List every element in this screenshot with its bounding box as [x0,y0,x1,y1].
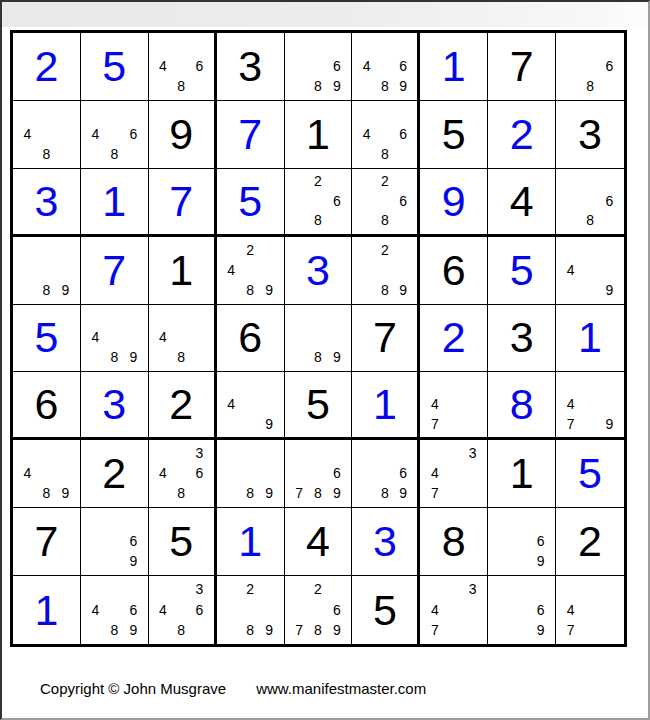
candidate-empty-slot [105,579,124,599]
candidate-empty-slot [86,531,105,551]
candidate-empty-slot [600,620,619,640]
cell-r7c4: 89 [217,440,285,508]
header-band [2,2,648,27]
candidate-empty-slot [18,280,37,300]
cell-r4c1: 89 [13,237,81,305]
candidate-empty-slot [376,191,394,210]
cell-r4c2: 7 [81,237,149,305]
candidate-empty-slot [190,347,208,367]
candidate-empty-slot [600,599,619,619]
candidate-empty-slot [18,240,37,260]
candidate-empty-slot [56,463,75,483]
cell-r3c1: 3 [13,169,81,237]
candidate-empty-slot [444,443,463,463]
cell-r7c7: 347 [420,440,488,508]
candidate-empty-slot [37,240,56,260]
candidate-digit: 8 [241,483,260,503]
candidate-empty-slot [463,620,482,640]
cell-r8c7: 8 [420,508,488,576]
solved-digit: 3 [373,520,397,563]
candidate-empty-slot [190,308,208,328]
solved-digit: 9 [442,180,466,223]
candidate-empty-slot [512,579,531,599]
candidate-empty-slot [290,191,309,210]
cell-r1c5: 689 [285,33,353,101]
candidate-empty-slot [600,36,619,56]
pencil-marks: 3468 [154,443,209,503]
candidate-empty-slot [124,104,143,124]
candidate-empty-slot [463,463,482,483]
candidate-empty-slot [124,579,143,599]
candidate-digit: 2 [376,240,394,260]
sudoku-grid: 2546836894689176848468971468523317526826… [10,30,627,647]
cell-r3c2: 1 [81,169,149,237]
candidate-digit: 9 [56,483,75,503]
solved-digit: 1 [238,520,262,563]
candidate-digit: 9 [600,280,619,300]
candidate-empty-slot [37,260,56,280]
candidate-empty-slot [86,308,105,328]
candidate-digit: 4 [357,56,375,76]
candidate-empty-slot [561,76,580,96]
cell-r2c5: 1 [285,101,353,169]
candidate-digit: 4 [561,395,580,414]
candidate-empty-slot [512,620,531,640]
cell-r7c5: 6789 [285,440,353,508]
candidate-empty-slot [600,579,619,599]
pencil-marks: 89 [222,443,279,503]
candidate-digit: 7 [561,414,580,433]
candidate-empty-slot [124,144,143,164]
pencil-marks: 69 [493,579,550,640]
cell-r8c2: 69 [81,508,149,576]
candidate-empty-slot [290,56,309,76]
candidate-empty-slot [290,76,309,96]
cell-r5c3: 48 [149,305,217,373]
solved-digit: 5 [510,249,534,292]
candidate-empty-slot [290,210,309,229]
candidate-empty-slot [512,599,531,619]
candidate-empty-slot [327,579,346,599]
candidate-digit: 9 [531,551,550,571]
candidate-empty-slot [154,620,172,640]
candidate-empty-slot [600,76,619,96]
cell-r9c3: 3468 [149,576,217,644]
candidate-empty-slot [561,375,580,394]
given-digit: 9 [169,113,193,156]
cell-r6c6: 1 [352,372,420,440]
cell-r5c6: 7 [352,305,420,373]
cell-r9c6: 5 [352,576,420,644]
candidate-empty-slot [600,260,619,280]
candidate-empty-slot [37,463,56,483]
candidate-empty-slot [376,104,394,124]
candidate-empty-slot [580,599,599,619]
candidate-digit: 4 [561,260,580,280]
candidate-empty-slot [531,579,550,599]
pencil-marks: 289 [222,579,279,640]
cell-r3c7: 9 [420,169,488,237]
cell-r1c9: 68 [556,33,624,101]
candidate-empty-slot [357,191,375,210]
cell-r2c7: 5 [420,101,488,169]
pencil-marks: 468 [154,36,209,96]
candidate-empty-slot [241,375,260,394]
candidate-digit: 6 [394,124,412,144]
candidate-digit: 9 [327,347,346,367]
candidate-empty-slot [376,124,394,144]
given-digit: 7 [510,45,534,88]
candidate-digit: 3 [463,579,482,599]
pencil-marks: 89 [290,308,347,368]
candidate-digit: 9 [394,76,412,96]
candidate-empty-slot [512,511,531,531]
pencil-marks: 347 [425,443,482,503]
cell-r9c9: 47 [556,576,624,644]
candidate-digit: 8 [309,76,328,96]
copyright-text: Copyright © John Musgrave [40,680,226,697]
candidate-empty-slot [394,104,412,124]
candidate-empty-slot [561,172,580,191]
candidate-empty-slot [327,443,346,463]
candidate-empty-slot [561,210,580,229]
candidate-digit: 7 [425,620,444,640]
solved-digit: 1 [102,180,126,223]
solved-digit: 1 [373,383,397,426]
candidate-empty-slot [154,76,172,96]
candidate-empty-slot [580,280,599,300]
candidate-digit: 6 [531,531,550,551]
candidate-digit: 8 [241,620,260,640]
candidate-empty-slot [260,443,279,463]
cell-r1c6: 4689 [352,33,420,101]
pencil-marks: 347 [425,579,482,640]
cell-r6c3: 2 [149,372,217,440]
candidate-empty-slot [493,511,512,531]
cell-r4c5: 3 [285,237,353,305]
candidate-empty-slot [105,124,124,144]
candidate-empty-slot [290,328,309,348]
cell-r1c8: 7 [488,33,556,101]
candidate-digit: 9 [260,280,279,300]
candidate-empty-slot [376,260,394,280]
candidate-empty-slot [561,36,580,56]
candidate-empty-slot [309,191,328,210]
candidate-digit: 6 [190,599,208,619]
candidate-digit: 9 [600,414,619,433]
candidate-empty-slot [444,483,463,503]
candidate-empty-slot [290,308,309,328]
candidate-digit: 8 [37,280,56,300]
candidate-digit: 8 [241,280,260,300]
cell-r3c3: 7 [149,169,217,237]
candidate-empty-slot [357,483,375,503]
cell-r9c2: 4689 [81,576,149,644]
candidate-empty-slot [290,443,309,463]
given-digit: 7 [34,520,58,563]
cell-r4c9: 49 [556,237,624,305]
candidate-empty-slot [561,240,580,260]
candidate-empty-slot [309,443,328,463]
given-digit: 6 [442,249,466,292]
candidate-empty-slot [493,620,512,640]
pencil-marks: 489 [18,443,75,503]
candidate-empty-slot [561,579,580,599]
candidate-empty-slot [241,260,260,280]
candidate-empty-slot [394,260,412,280]
cell-r8c8: 69 [488,508,556,576]
candidate-empty-slot [37,124,56,144]
pencil-marks: 89 [18,240,75,300]
candidate-empty-slot [357,76,375,96]
given-digit: 2 [102,452,126,495]
candidate-empty-slot [580,56,599,76]
candidate-empty-slot [357,280,375,300]
candidate-empty-slot [309,328,328,348]
pencil-marks: 68 [561,36,619,96]
cell-r6c8: 8 [488,372,556,440]
candidate-digit: 6 [327,191,346,210]
solved-digit: 3 [34,180,58,223]
cell-r7c6: 689 [352,440,420,508]
candidate-empty-slot [493,579,512,599]
candidate-empty-slot [241,443,260,463]
pencil-marks: 49 [561,240,619,300]
cell-r6c9: 479 [556,372,624,440]
cell-r9c7: 347 [420,576,488,644]
candidate-digit: 6 [531,599,550,619]
given-digit: 1 [510,452,534,495]
candidate-empty-slot [357,463,375,483]
candidate-empty-slot [600,172,619,191]
candidate-digit: 4 [425,599,444,619]
pencil-marks: 3468 [154,579,209,640]
candidate-empty-slot [190,328,208,348]
candidate-digit: 7 [561,620,580,640]
cell-r3c9: 68 [556,169,624,237]
candidate-digit: 9 [260,414,279,433]
cell-r9c8: 69 [488,576,556,644]
cell-r1c7: 1 [420,33,488,101]
candidate-empty-slot [290,463,309,483]
candidate-empty-slot [172,56,190,76]
cell-r5c8: 3 [488,305,556,373]
candidate-empty-slot [580,579,599,599]
candidate-digit: 2 [241,579,260,599]
candidate-empty-slot [260,579,279,599]
pencil-marks: 48 [154,308,209,368]
cell-r9c1: 1 [13,576,81,644]
candidate-digit: 9 [394,483,412,503]
solved-digit: 5 [102,45,126,88]
candidate-empty-slot [309,56,328,76]
candidate-digit: 9 [56,280,75,300]
candidate-empty-slot [105,599,124,619]
candidate-empty-slot [394,240,412,260]
candidate-empty-slot [600,210,619,229]
given-digit: 5 [306,383,330,426]
candidate-empty-slot [327,210,346,229]
pencil-marks: 69 [86,511,143,571]
candidate-empty-slot [561,56,580,76]
candidate-empty-slot [124,308,143,328]
cell-r6c2: 3 [81,372,149,440]
pencil-marks: 6789 [290,443,347,503]
candidate-empty-slot [222,443,241,463]
candidate-empty-slot [222,414,241,433]
candidate-digit: 6 [327,463,346,483]
candidate-empty-slot [172,36,190,56]
given-digit: 3 [238,45,262,88]
given-digit: 5 [442,113,466,156]
candidate-empty-slot [357,443,375,463]
cell-r8c6: 3 [352,508,420,576]
candidate-digit: 4 [154,599,172,619]
candidate-empty-slot [425,443,444,463]
candidate-digit: 7 [290,483,309,503]
candidate-digit: 4 [561,599,580,619]
cell-r5c9: 1 [556,305,624,373]
cell-r5c1: 5 [13,305,81,373]
candidate-empty-slot [561,191,580,210]
candidate-digit: 2 [309,172,328,191]
candidate-digit: 9 [327,620,346,640]
cell-r4c6: 289 [352,237,420,305]
pencil-marks: 4689 [357,36,412,96]
candidate-empty-slot [190,483,208,503]
candidate-empty-slot [56,144,75,164]
candidate-empty-slot [444,395,463,414]
candidate-empty-slot [290,172,309,191]
candidate-digit: 9 [260,620,279,640]
candidate-empty-slot [86,104,105,124]
candidate-empty-slot [18,104,37,124]
candidate-digit: 6 [327,599,346,619]
solved-digit: 2 [34,45,58,88]
candidate-empty-slot [290,579,309,599]
pencil-marks: 26789 [290,579,347,640]
candidate-empty-slot [561,280,580,300]
candidate-empty-slot [376,463,394,483]
cell-r7c2: 2 [81,440,149,508]
solved-digit: 5 [238,180,262,223]
candidate-digit: 7 [290,620,309,640]
candidate-empty-slot [222,463,241,483]
candidate-digit: 8 [105,144,124,164]
candidate-digit: 8 [309,483,328,503]
candidate-digit: 6 [124,531,143,551]
candidate-digit: 6 [190,56,208,76]
candidate-empty-slot [357,210,375,229]
cell-r4c3: 1 [149,237,217,305]
cell-r6c7: 47 [420,372,488,440]
candidate-digit: 8 [105,347,124,367]
candidate-digit: 4 [222,260,241,280]
candidate-empty-slot [260,260,279,280]
pencil-marks: 468 [86,104,143,164]
candidate-empty-slot [327,308,346,328]
cell-r1c3: 468 [149,33,217,101]
candidate-digit: 2 [376,172,394,191]
cell-r7c1: 489 [13,440,81,508]
candidate-empty-slot [260,240,279,260]
candidate-digit: 4 [86,328,105,348]
pencil-marks: 68 [561,172,619,230]
candidate-empty-slot [56,260,75,280]
candidate-empty-slot [260,463,279,483]
candidate-empty-slot [56,104,75,124]
candidate-empty-slot [309,463,328,483]
solved-digit: 1 [578,316,602,359]
candidate-empty-slot [105,328,124,348]
candidate-empty-slot [394,36,412,56]
candidate-digit: 6 [600,56,619,76]
candidate-empty-slot [290,36,309,56]
given-digit: 7 [373,316,397,359]
candidate-empty-slot [56,240,75,260]
cell-r6c4: 49 [217,372,285,440]
candidate-empty-slot [376,443,394,463]
candidate-empty-slot [444,463,463,483]
given-digit: 2 [578,520,602,563]
candidate-empty-slot [172,328,190,348]
solved-digit: 7 [238,113,262,156]
candidate-empty-slot [86,551,105,571]
candidate-digit: 8 [105,620,124,640]
cell-r2c8: 2 [488,101,556,169]
cell-r4c4: 2489 [217,237,285,305]
candidate-empty-slot [190,620,208,640]
solved-digit: 5 [578,452,602,495]
candidate-empty-slot [444,620,463,640]
candidate-digit: 8 [172,76,190,96]
solved-digit: 7 [102,249,126,292]
candidate-digit: 6 [394,191,412,210]
candidate-empty-slot [222,483,241,503]
candidate-digit: 3 [463,443,482,463]
cell-r8c4: 1 [217,508,285,576]
cell-r9c5: 26789 [285,576,353,644]
given-digit: 1 [306,113,330,156]
candidate-empty-slot [357,240,375,260]
candidate-empty-slot [580,375,599,394]
cell-r1c2: 5 [81,33,149,101]
candidate-empty-slot [37,104,56,124]
candidate-empty-slot [154,36,172,56]
website-text: www.manifestmaster.com [256,680,426,697]
candidate-digit: 7 [425,483,444,503]
solved-digit: 7 [169,180,193,223]
candidate-digit: 8 [172,620,190,640]
candidate-digit: 6 [394,56,412,76]
given-digit: 3 [510,316,534,359]
candidate-empty-slot [512,531,531,551]
solved-digit: 1 [34,589,58,632]
candidate-empty-slot [124,328,143,348]
candidate-empty-slot [493,599,512,619]
candidate-empty-slot [357,144,375,164]
candidate-empty-slot [444,579,463,599]
cell-r8c3: 5 [149,508,217,576]
candidate-empty-slot [18,144,37,164]
candidate-empty-slot [600,395,619,414]
pencil-marks: 4689 [86,579,143,640]
candidate-digit: 3 [190,579,208,599]
pencil-marks: 479 [561,375,619,433]
candidate-digit: 4 [154,328,172,348]
candidate-empty-slot [172,308,190,328]
candidate-empty-slot [241,599,260,619]
